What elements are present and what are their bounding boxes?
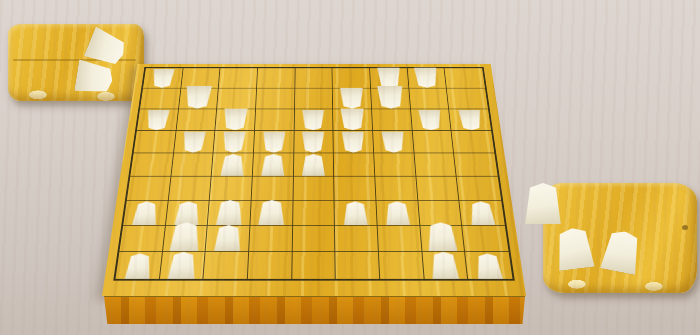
gote-piece-9a[interactable]: 香車 xyxy=(151,69,175,88)
square-2i[interactable]: 桂馬 xyxy=(422,252,468,279)
square-7h[interactable]: 金将 xyxy=(206,226,251,252)
square-7e[interactable]: 歩兵 xyxy=(212,153,254,176)
square-2h[interactable]: 飛車 xyxy=(420,226,465,252)
piece-label: 歩兵 xyxy=(465,110,473,111)
square-3f[interactable] xyxy=(375,177,418,201)
square-1a[interactable] xyxy=(445,68,485,88)
piece-label: 銀将 xyxy=(384,68,392,69)
square-6h[interactable] xyxy=(249,226,293,252)
square-5c[interactable]: 香車 xyxy=(294,109,333,131)
square-9a[interactable]: 香車 xyxy=(143,68,183,88)
square-9c[interactable]: 歩兵 xyxy=(137,109,179,131)
piece-label: 金将 xyxy=(222,249,231,251)
piece-label: 歩兵 xyxy=(191,132,199,133)
square-9f[interactable] xyxy=(127,177,171,201)
square-2e[interactable] xyxy=(414,153,457,176)
square-4a[interactable] xyxy=(333,68,371,88)
sente-piece-1i[interactable]: 香車 xyxy=(475,253,504,278)
piece-label: 飛車 xyxy=(195,86,204,87)
piece-label: 玉将 xyxy=(385,86,394,87)
square-6f[interactable] xyxy=(252,177,294,201)
square-7f[interactable] xyxy=(210,177,253,201)
square-1c[interactable]: 歩兵 xyxy=(449,109,491,131)
piece-label: 歩兵 xyxy=(270,132,278,133)
square-3c[interactable] xyxy=(372,109,412,131)
piece-label: 歩兵 xyxy=(388,132,396,133)
sente-piece-6g[interactable]: 金将 xyxy=(258,200,285,225)
sente-piece-6e[interactable]: 歩兵 xyxy=(261,154,285,176)
piece-label: 香車 xyxy=(310,110,318,111)
sente-piece-7e[interactable]: 歩兵 xyxy=(220,154,245,176)
square-1h[interactable] xyxy=(462,226,508,252)
piece-label: 銀将 xyxy=(224,223,233,225)
captured-piece-in-hand-sente-1[interactable]: 銀将 xyxy=(599,228,643,275)
square-1i[interactable]: 香車 xyxy=(465,252,512,279)
square-6g[interactable]: 金将 xyxy=(250,201,293,226)
gote-piece-7c[interactable]: 桂馬 xyxy=(223,109,249,131)
square-8h[interactable]: 王将 xyxy=(163,226,208,252)
square-4g[interactable]: 歩兵 xyxy=(335,201,378,226)
square-4d[interactable]: 歩兵 xyxy=(334,131,374,153)
square-9e[interactable] xyxy=(130,153,173,176)
square-8f[interactable] xyxy=(168,177,212,201)
square-3d[interactable]: 歩兵 xyxy=(373,131,414,153)
square-8g[interactable]: 歩兵 xyxy=(166,201,210,226)
piece-label: 歩兵 xyxy=(349,132,357,133)
square-3a[interactable]: 銀将 xyxy=(370,68,409,88)
square-9i[interactable]: 香車 xyxy=(115,252,162,279)
square-1d[interactable] xyxy=(452,131,495,153)
piece-label: 歩兵 xyxy=(140,223,149,225)
gote-piece-5d[interactable]: 歩兵 xyxy=(302,132,325,153)
piece-label: 金将 xyxy=(267,223,276,225)
piece-label: 銀将 xyxy=(612,269,624,273)
square-9g[interactable]: 歩兵 xyxy=(123,201,168,226)
square-6e[interactable]: 歩兵 xyxy=(253,153,294,176)
square-8i[interactable]: 桂馬 xyxy=(160,252,206,279)
square-5g[interactable] xyxy=(293,201,335,226)
piece-label: 歩兵 xyxy=(394,223,403,225)
sente-piece-2h[interactable]: 飛車 xyxy=(426,222,458,250)
square-4e[interactable] xyxy=(334,153,375,176)
piece-label: 角行 xyxy=(76,70,80,81)
square-9h[interactable] xyxy=(119,226,165,252)
sente-piece-8g[interactable]: 歩兵 xyxy=(174,201,201,224)
square-4h[interactable] xyxy=(335,226,379,252)
square-8a[interactable] xyxy=(181,68,221,88)
gote-piece-2c[interactable]: 歩兵 xyxy=(418,110,443,130)
gote-piece-5c[interactable]: 香車 xyxy=(302,110,325,130)
square-1f[interactable] xyxy=(457,177,501,201)
gote-piece-3a[interactable]: 銀将 xyxy=(377,68,402,88)
gote-piece-6d[interactable]: 歩兵 xyxy=(262,132,286,153)
piece-label: 歩兵 xyxy=(228,174,236,176)
square-1g[interactable]: 歩兵 xyxy=(460,201,505,226)
piece-label: 香車 xyxy=(160,69,168,70)
square-1e[interactable] xyxy=(454,153,497,176)
square-5f[interactable] xyxy=(293,177,335,201)
gote-piece-1c[interactable]: 歩兵 xyxy=(458,110,483,130)
piece-label: 香車 xyxy=(486,277,495,279)
captured-piece-in-hand-sente-2[interactable]: 角行 xyxy=(525,183,562,224)
square-8d[interactable]: 歩兵 xyxy=(174,131,216,153)
gote-piece-4c[interactable]: 金将 xyxy=(340,109,365,131)
gote-piece-8b[interactable]: 飛車 xyxy=(184,86,213,109)
square-3e[interactable] xyxy=(374,153,416,176)
square-5i[interactable] xyxy=(292,252,336,279)
square-2g[interactable] xyxy=(418,201,462,226)
square-5h[interactable] xyxy=(292,226,335,252)
square-3h[interactable] xyxy=(378,226,422,252)
square-6b[interactable] xyxy=(256,88,295,109)
sente-piece-4g[interactable]: 歩兵 xyxy=(343,201,368,224)
piece-label: 歩兵 xyxy=(269,174,277,176)
sente-piece-9g[interactable]: 歩兵 xyxy=(132,201,159,224)
piece-label: 飛車 xyxy=(438,249,449,251)
sente-piece-8h[interactable]: 王将 xyxy=(169,222,201,250)
sente-piece-2i[interactable]: 桂馬 xyxy=(430,252,460,279)
piece-label: 歩兵 xyxy=(309,174,317,176)
square-5a[interactable] xyxy=(295,68,333,88)
square-6a[interactable] xyxy=(257,68,295,88)
square-1b[interactable] xyxy=(447,88,488,109)
gote-piece-7d[interactable]: 歩兵 xyxy=(222,132,246,153)
square-8e[interactable] xyxy=(171,153,214,176)
shogi-board: 香車銀将桂馬飛車金将玉将歩兵桂馬香車金将歩兵歩兵歩兵歩兵歩兵歩兵歩兵歩兵歩兵歩兵… xyxy=(102,64,526,296)
gote-piece-3d[interactable]: 歩兵 xyxy=(381,132,405,153)
piece-label: 歩兵 xyxy=(352,223,361,225)
sente-captured-pieces-tray[interactable]: 歩兵銀将角行 xyxy=(543,183,697,293)
square-7a[interactable] xyxy=(219,68,258,88)
gote-captured-pieces-tray[interactable]: 銀将角行 xyxy=(8,24,144,101)
square-9d[interactable] xyxy=(134,131,177,153)
piece-label: 金将 xyxy=(348,109,356,110)
square-2b[interactable] xyxy=(409,88,449,109)
board-grid: 香車銀将桂馬飛車金将玉将歩兵桂馬香車金将歩兵歩兵歩兵歩兵歩兵歩兵歩兵歩兵歩兵歩兵… xyxy=(113,67,515,281)
square-5d[interactable]: 歩兵 xyxy=(294,131,334,153)
square-7i[interactable] xyxy=(204,252,249,279)
board-front-face xyxy=(104,296,525,324)
sente-piece-8i[interactable]: 桂馬 xyxy=(167,252,197,279)
piece-label: 桂馬 xyxy=(176,277,186,279)
square-6i[interactable] xyxy=(248,252,293,279)
sente-piece-7h[interactable]: 金将 xyxy=(214,225,243,251)
sente-piece-7g[interactable]: 銀将 xyxy=(215,200,243,225)
square-6d[interactable]: 歩兵 xyxy=(254,131,294,153)
gote-piece-3b[interactable]: 玉将 xyxy=(376,86,404,109)
square-5e[interactable]: 歩兵 xyxy=(294,153,335,176)
square-2a[interactable]: 桂馬 xyxy=(407,68,447,88)
piece-label: 歩兵 xyxy=(231,132,239,133)
piece-label: 歩兵 xyxy=(155,110,163,111)
square-2c[interactable]: 歩兵 xyxy=(411,109,452,131)
square-4f[interactable] xyxy=(334,177,376,201)
piece-label: 歩兵 xyxy=(479,223,488,225)
piece-label: 香車 xyxy=(133,277,142,279)
square-2d[interactable] xyxy=(412,131,454,153)
gote-piece-4b[interactable]: 金将 xyxy=(340,88,365,109)
desk-surface: 銀将角行 香車銀将桂馬飛車金将玉将歩兵桂馬香車金将歩兵歩兵歩兵歩兵歩兵歩兵歩兵歩… xyxy=(0,0,700,335)
piece-label: 桂馬 xyxy=(422,68,430,69)
captured-piece-in-hand-sente-0[interactable]: 歩兵 xyxy=(554,226,596,271)
square-9b[interactable] xyxy=(140,88,181,109)
gote-piece-2a[interactable]: 桂馬 xyxy=(414,68,440,88)
square-5b[interactable] xyxy=(295,88,334,109)
wood-knot xyxy=(682,225,688,230)
gote-piece-8d[interactable]: 歩兵 xyxy=(182,132,207,153)
piece-label: 歩兵 xyxy=(426,110,434,111)
piece-label: 桂馬 xyxy=(232,109,240,110)
piece-label: 桂馬 xyxy=(441,277,451,279)
sente-piece-9i[interactable]: 香車 xyxy=(124,253,153,278)
square-2f[interactable] xyxy=(416,177,460,201)
sente-piece-1g[interactable]: 歩兵 xyxy=(468,201,495,224)
square-4b[interactable]: 金将 xyxy=(333,88,372,109)
square-7b[interactable] xyxy=(217,88,257,109)
square-6c[interactable] xyxy=(255,109,295,131)
square-3b[interactable]: 玉将 xyxy=(371,88,411,109)
piece-label: 歩兵 xyxy=(310,132,318,133)
square-4c[interactable]: 金将 xyxy=(333,109,373,131)
square-8c[interactable] xyxy=(176,109,217,131)
square-7d[interactable]: 歩兵 xyxy=(214,131,255,153)
captured-piece-in-hand-gote-1[interactable]: 角行 xyxy=(74,59,115,97)
piece-label: 王将 xyxy=(179,249,190,251)
sente-piece-5e[interactable]: 歩兵 xyxy=(302,154,326,176)
square-3i[interactable] xyxy=(379,252,424,279)
gote-piece-4d[interactable]: 歩兵 xyxy=(341,132,365,153)
square-8b[interactable]: 飛車 xyxy=(179,88,219,109)
piece-label: 角行 xyxy=(537,222,549,224)
square-4i[interactable] xyxy=(336,252,381,279)
square-7g[interactable]: 銀将 xyxy=(208,201,252,226)
piece-label: 銀将 xyxy=(88,36,94,46)
square-3g[interactable]: 歩兵 xyxy=(376,201,420,226)
square-7c[interactable]: 桂馬 xyxy=(216,109,256,131)
piece-label: 金将 xyxy=(348,88,356,89)
gote-piece-9c[interactable]: 歩兵 xyxy=(145,110,170,130)
piece-label: 歩兵 xyxy=(571,266,583,269)
sente-piece-3g[interactable]: 歩兵 xyxy=(385,201,411,224)
